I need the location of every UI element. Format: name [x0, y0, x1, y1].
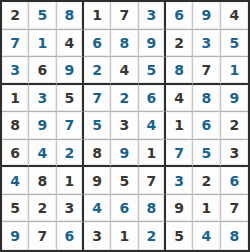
cell-r6c5[interactable]: 9 [111, 140, 138, 168]
cell-r6c7[interactable]: 7 [166, 140, 193, 168]
cell-r5c7[interactable]: 1 [166, 112, 193, 140]
cell-r7c4[interactable]: 9 [84, 167, 111, 195]
cell-r8c6[interactable]: 8 [139, 195, 166, 223]
cell-r1c4[interactable]: 1 [84, 2, 111, 30]
cell-r1c3[interactable]: 8 [57, 2, 84, 30]
cell-r4c8[interactable]: 8 [193, 85, 220, 113]
cell-r4c9[interactable]: 9 [221, 85, 248, 113]
cell-r9c5[interactable]: 1 [111, 222, 138, 250]
cell-r7c3[interactable]: 1 [57, 167, 84, 195]
cell-r8c8[interactable]: 1 [193, 195, 220, 223]
cell-r4c1[interactable]: 1 [2, 85, 29, 113]
cell-r1c1[interactable]: 2 [2, 2, 29, 30]
cell-r2c3[interactable]: 4 [57, 30, 84, 58]
cell-r5c9[interactable]: 2 [221, 112, 248, 140]
cell-r8c5[interactable]: 6 [111, 195, 138, 223]
cell-r6c6[interactable]: 1 [139, 140, 166, 168]
cell-r2c5[interactable]: 8 [111, 30, 138, 58]
cell-r6c9[interactable]: 3 [221, 140, 248, 168]
cell-r5c1[interactable]: 8 [2, 112, 29, 140]
cell-r5c5[interactable]: 3 [111, 112, 138, 140]
cell-r2c8[interactable]: 3 [193, 30, 220, 58]
cell-r9c2[interactable]: 7 [29, 222, 56, 250]
cell-r8c1[interactable]: 5 [2, 195, 29, 223]
cell-r9c1[interactable]: 9 [2, 222, 29, 250]
cell-r9c6[interactable]: 2 [139, 222, 166, 250]
cell-r8c2[interactable]: 2 [29, 195, 56, 223]
cell-r6c1[interactable]: 6 [2, 140, 29, 168]
cell-r4c2[interactable]: 3 [29, 85, 56, 113]
cell-r3c1[interactable]: 3 [2, 57, 29, 85]
cell-r1c5[interactable]: 7 [111, 2, 138, 30]
cell-r6c2[interactable]: 4 [29, 140, 56, 168]
cell-r9c3[interactable]: 6 [57, 222, 84, 250]
cell-r9c4[interactable]: 3 [84, 222, 111, 250]
cell-r4c5[interactable]: 2 [111, 85, 138, 113]
cell-r9c7[interactable]: 5 [166, 222, 193, 250]
cell-r3c8[interactable]: 7 [193, 57, 220, 85]
cell-r1c7[interactable]: 6 [166, 2, 193, 30]
cell-r5c2[interactable]: 9 [29, 112, 56, 140]
cell-r2c4[interactable]: 6 [84, 30, 111, 58]
cell-r6c8[interactable]: 5 [193, 140, 220, 168]
cell-r2c2[interactable]: 1 [29, 30, 56, 58]
cell-r7c5[interactable]: 5 [111, 167, 138, 195]
cell-r8c9[interactable]: 7 [221, 195, 248, 223]
cell-r7c1[interactable]: 4 [2, 167, 29, 195]
cell-r6c4[interactable]: 8 [84, 140, 111, 168]
cell-r5c3[interactable]: 7 [57, 112, 84, 140]
cell-r3c4[interactable]: 2 [84, 57, 111, 85]
cell-r5c6[interactable]: 4 [139, 112, 166, 140]
cell-r8c4[interactable]: 4 [84, 195, 111, 223]
cell-r2c7[interactable]: 2 [166, 30, 193, 58]
cell-r8c3[interactable]: 3 [57, 195, 84, 223]
cell-r8c7[interactable]: 9 [166, 195, 193, 223]
cell-r1c2[interactable]: 5 [29, 2, 56, 30]
cell-r7c9[interactable]: 6 [221, 167, 248, 195]
cell-r9c9[interactable]: 8 [221, 222, 248, 250]
cell-r7c7[interactable]: 3 [166, 167, 193, 195]
cell-r5c8[interactable]: 6 [193, 112, 220, 140]
sudoku-board: 2581736947146892353692458711357264898975… [0, 0, 250, 252]
cell-r5c4[interactable]: 5 [84, 112, 111, 140]
cell-r6c3[interactable]: 2 [57, 140, 84, 168]
cell-r3c5[interactable]: 4 [111, 57, 138, 85]
cell-r7c8[interactable]: 2 [193, 167, 220, 195]
cell-r4c4[interactable]: 7 [84, 85, 111, 113]
cell-r9c8[interactable]: 4 [193, 222, 220, 250]
cell-r2c9[interactable]: 5 [221, 30, 248, 58]
cell-r7c2[interactable]: 8 [29, 167, 56, 195]
cell-r3c7[interactable]: 8 [166, 57, 193, 85]
cell-r4c6[interactable]: 6 [139, 85, 166, 113]
cell-r3c2[interactable]: 6 [29, 57, 56, 85]
cell-r7c6[interactable]: 7 [139, 167, 166, 195]
cell-r2c6[interactable]: 9 [139, 30, 166, 58]
cell-r1c6[interactable]: 3 [139, 2, 166, 30]
cell-r2c1[interactable]: 7 [2, 30, 29, 58]
cell-r1c9[interactable]: 4 [221, 2, 248, 30]
cell-r4c7[interactable]: 4 [166, 85, 193, 113]
cell-r1c8[interactable]: 9 [193, 2, 220, 30]
cell-r3c6[interactable]: 5 [139, 57, 166, 85]
cell-r3c9[interactable]: 1 [221, 57, 248, 85]
cell-r4c3[interactable]: 5 [57, 85, 84, 113]
cell-r3c3[interactable]: 9 [57, 57, 84, 85]
